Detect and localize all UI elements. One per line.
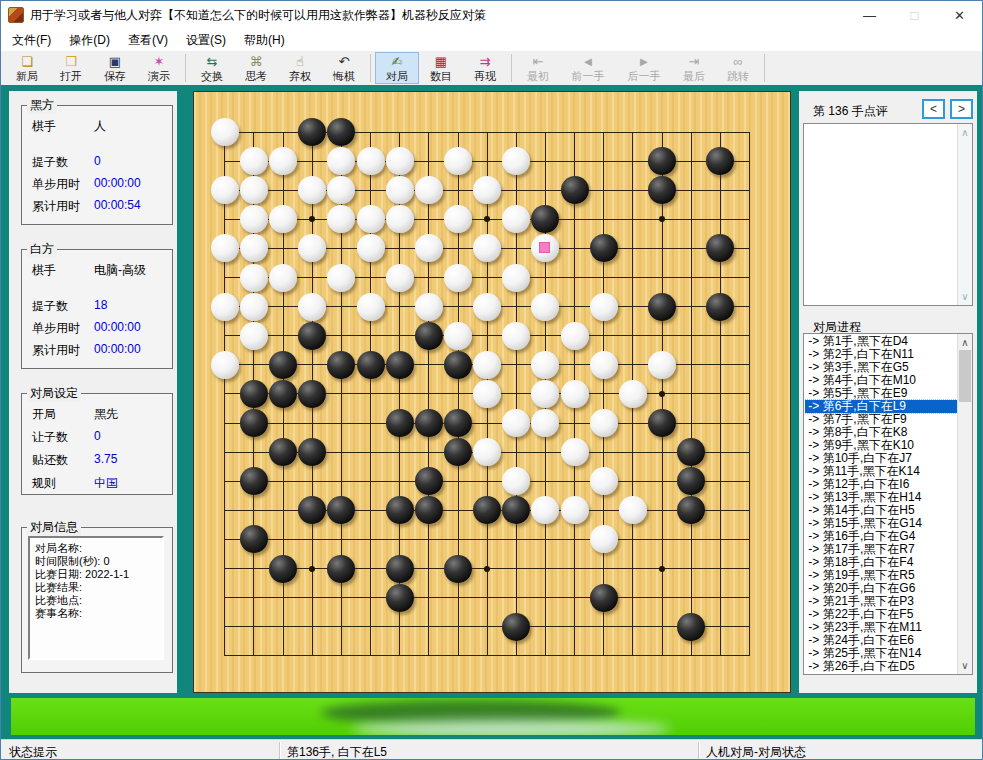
toolbar-button-label: 打开 xyxy=(60,70,82,82)
status-divider xyxy=(279,742,280,760)
white-stone xyxy=(648,351,676,379)
info-line: 比赛结果: xyxy=(35,581,162,594)
replay-icon: ⇉ xyxy=(480,55,491,70)
white-stone xyxy=(240,176,268,204)
grid-line xyxy=(225,539,750,540)
black-stone xyxy=(677,496,705,524)
black-stone xyxy=(269,380,297,408)
black-stone xyxy=(269,351,297,379)
move-list-items: -> 第1手,黑下在D4 -> 第2手,白下在N11 -> 第3手,黑下在G5 … xyxy=(805,335,957,673)
status-divider xyxy=(698,742,699,760)
field-label: 规则中国 xyxy=(32,475,56,492)
replay-button[interactable]: ⇉再现 xyxy=(463,52,507,84)
field-value: 00:00:00 xyxy=(94,176,141,190)
move-list-item[interactable]: -> 第8手,白下在K8 xyxy=(805,426,957,439)
field-value: 人 xyxy=(94,118,106,135)
black-stone xyxy=(531,205,559,233)
white-stone xyxy=(240,147,268,175)
star-point xyxy=(484,566,490,572)
black-stone xyxy=(298,118,326,146)
demo-button[interactable]: ✶演示 xyxy=(137,52,181,84)
first-move-icon: ⇤ xyxy=(533,55,544,70)
menu-item[interactable]: 帮助(H) xyxy=(235,29,294,52)
black-stone xyxy=(240,525,268,553)
move-list-item[interactable]: -> 第25手,黑下在N14 xyxy=(805,647,957,660)
exchange-icon: ⇆ xyxy=(207,55,218,70)
white-stone xyxy=(240,322,268,350)
left-panel: 黑方 棋手人提子数0单步用时00:00:00累计用时00:00:54 白方 棋手… xyxy=(9,91,177,693)
demo-icon: ✶ xyxy=(154,55,165,70)
toolbar-button-label: 弃权 xyxy=(289,70,311,82)
move-list-item[interactable]: -> 第16手,白下在G4 xyxy=(805,530,957,543)
first-move-button[interactable]: ⇤最初 xyxy=(516,52,560,84)
toolbar-button-label: 对局 xyxy=(386,70,408,82)
white-stone xyxy=(298,234,326,262)
black-stone xyxy=(327,118,355,146)
move-list-item[interactable]: -> 第5手,黑下在E9 xyxy=(805,387,957,400)
info-line: 比赛日期: 2022-1-1 xyxy=(35,568,162,581)
toolbar: ❏新局❒打开▣保存✶演示⇆交换⌘思考☝弃权↶悔棋✍对局▦数目⇉再现⇤最初◄前一手… xyxy=(1,51,982,85)
field-value: 00:00:00 xyxy=(94,320,141,334)
white-stone xyxy=(444,205,472,233)
white-stone xyxy=(386,147,414,175)
white-stone xyxy=(327,264,355,292)
white-stone xyxy=(327,147,355,175)
count-icon: ▦ xyxy=(435,55,447,70)
field-label: 提子数0 xyxy=(32,154,68,171)
toolbar-button-label: 数目 xyxy=(430,70,452,82)
move-list-item[interactable]: -> 第26手,白下在D5 xyxy=(805,660,957,673)
star-point xyxy=(659,216,665,222)
save-icon: ▣ xyxy=(109,55,121,70)
black-stone xyxy=(298,380,326,408)
black-panel-title: 黑方 xyxy=(27,97,57,114)
info-panel-title: 对局信息 xyxy=(27,519,81,536)
white-stone xyxy=(386,176,414,204)
white-stone xyxy=(502,264,530,292)
status-last-move: 第136手, 白下在L5 xyxy=(287,744,387,760)
move-list-item[interactable]: -> 第2手,白下在N11 xyxy=(805,348,957,361)
scroll-down-icon[interactable]: ∨ xyxy=(958,660,972,671)
white-stone xyxy=(269,147,297,175)
white-player-box: 棋手电脑-高级提子数18单步用时00:00:00累计用时00:00:00 xyxy=(21,249,173,369)
black-stone xyxy=(502,613,530,641)
white-stone xyxy=(619,496,647,524)
black-stone xyxy=(298,438,326,466)
toolbar-button-label: 前一手 xyxy=(572,70,605,82)
black-stone xyxy=(240,467,268,495)
settings-panel-title: 对局设定 xyxy=(27,385,81,402)
white-stone xyxy=(531,380,559,408)
black-stone xyxy=(415,496,443,524)
green-banner xyxy=(11,698,975,735)
black-stone xyxy=(386,584,414,612)
grid-line xyxy=(691,132,692,656)
white-stone xyxy=(502,205,530,233)
prev-move-icon: ◄ xyxy=(582,55,595,70)
field-value: 18 xyxy=(94,298,107,312)
move-comment-title: 第 136 手点评 xyxy=(813,103,888,120)
move-list-item[interactable]: -> 第22手,白下在F5 xyxy=(805,608,957,621)
move-list-item[interactable]: -> 第3手,黑下在G5 xyxy=(805,361,957,374)
field-value: 0 xyxy=(94,429,101,443)
black-stone xyxy=(240,380,268,408)
toolbar-button-label: 跳转 xyxy=(727,70,749,82)
star-point xyxy=(659,391,665,397)
white-stone xyxy=(473,176,501,204)
field-value: 00:00:00 xyxy=(94,342,141,356)
black-stone xyxy=(415,467,443,495)
white-stone xyxy=(502,322,530,350)
black-stone xyxy=(269,438,297,466)
black-stone xyxy=(648,293,676,321)
white-stone xyxy=(473,380,501,408)
white-stone xyxy=(415,176,443,204)
jump-button[interactable]: ∞跳转 xyxy=(716,52,760,84)
toolbar-separator xyxy=(185,54,186,82)
field-value: 3.75 xyxy=(94,452,117,466)
comment-scrollbar[interactable]: ∧ ∨ xyxy=(957,124,972,305)
move-list-item[interactable]: -> 第7手,黑下在F9 xyxy=(805,413,957,426)
think-icon: ⌘ xyxy=(250,55,263,70)
play-button[interactable]: ✍对局 xyxy=(375,52,419,84)
star-point xyxy=(484,216,490,222)
move-list-item[interactable]: -> 第4手,白下在M10 xyxy=(805,374,957,387)
info-line: 比赛地点: xyxy=(35,594,162,607)
toolbar-button-label: 最初 xyxy=(527,70,549,82)
white-stone xyxy=(357,234,385,262)
undo-button[interactable]: ↶悔棋 xyxy=(322,52,366,84)
field-label: 提子数18 xyxy=(32,298,68,315)
black-stone xyxy=(648,147,676,175)
think-button[interactable]: ⌘思考 xyxy=(234,52,278,84)
app-window: 用于学习或者与他人对弈【不知道怎么下的时候可以用用这款作弊器】机器秒反应对策 —… xyxy=(0,0,983,760)
black-stone xyxy=(327,496,355,524)
new-game-icon: ❏ xyxy=(21,55,33,70)
white-stone xyxy=(561,438,589,466)
move-list-item[interactable]: -> 第9手,黑下在K10 xyxy=(805,439,957,452)
title-bar: 用于学习或者与他人对弈【不知道怎么下的时候可以用用这款作弊器】机器秒反应对策 —… xyxy=(1,1,982,29)
app-icon xyxy=(8,7,24,23)
game-info-text: 对局名称:时间限制(秒): 0比赛日期: 2022-1-1比赛结果:比赛地点:赛… xyxy=(28,536,164,660)
toolbar-button-label: 悔棋 xyxy=(333,70,355,82)
grid-line xyxy=(720,132,721,656)
black-stone xyxy=(444,409,472,437)
menu-item[interactable]: 设置(S) xyxy=(177,29,235,52)
white-stone xyxy=(357,205,385,233)
status-hint: 状态提示 xyxy=(9,744,57,760)
open-button[interactable]: ❒打开 xyxy=(49,52,93,84)
grid-line xyxy=(225,597,750,598)
white-stone xyxy=(211,176,239,204)
white-stone xyxy=(211,293,239,321)
toolbar-button-label: 新局 xyxy=(16,70,38,82)
black-stone xyxy=(677,613,705,641)
toolbar-button-label: 最后 xyxy=(683,70,705,82)
white-stone xyxy=(211,234,239,262)
close-icon[interactable]: ✕ xyxy=(937,1,982,29)
black-stone xyxy=(706,234,734,262)
white-stone xyxy=(561,496,589,524)
white-panel-title: 白方 xyxy=(27,241,57,258)
black-player-box: 棋手人提子数0单步用时00:00:00累计用时00:00:54 xyxy=(21,105,173,225)
field-value: 电脑-高级 xyxy=(94,262,146,279)
white-stone xyxy=(415,293,443,321)
white-stone xyxy=(386,205,414,233)
field-value: 黑先 xyxy=(94,406,118,423)
black-stone xyxy=(648,176,676,204)
move-list-item[interactable]: -> 第10手,白下在J7 xyxy=(805,452,957,465)
undo-icon: ↶ xyxy=(339,55,350,70)
black-stone xyxy=(502,496,530,524)
white-stone xyxy=(357,293,385,321)
white-stone xyxy=(415,234,443,262)
white-stone xyxy=(590,467,618,495)
white-stone xyxy=(531,496,559,524)
white-stone xyxy=(444,147,472,175)
move-list-item[interactable]: -> 第1手,黑下在D4 xyxy=(805,335,957,348)
next-move-button[interactable]: ►后一手 xyxy=(616,52,672,84)
grid-line xyxy=(225,655,750,656)
white-stone xyxy=(240,264,268,292)
move-list-item[interactable]: -> 第18手,白下在F4 xyxy=(805,556,957,569)
move-list-item[interactable]: -> 第21手,黑下在P3 xyxy=(805,595,957,608)
exchange-button[interactable]: ⇆交换 xyxy=(190,52,234,84)
info-line: 对局名称: xyxy=(35,542,162,555)
black-stone xyxy=(386,351,414,379)
prev-move-button[interactable]: ◄前一手 xyxy=(560,52,616,84)
prev-comment-button[interactable]: < xyxy=(922,99,945,119)
field-label: 单步用时00:00:00 xyxy=(32,176,80,193)
jump-icon: ∞ xyxy=(733,55,742,70)
black-stone xyxy=(677,467,705,495)
black-stone xyxy=(327,351,355,379)
window-title: 用于学习或者与他人对弈【不知道怎么下的时候可以用用这款作弊器】机器秒反应对策 xyxy=(30,7,486,24)
save-button[interactable]: ▣保存 xyxy=(93,52,137,84)
menu-item[interactable]: 文件(F) xyxy=(3,29,60,52)
black-stone xyxy=(327,555,355,583)
play-icon: ✍ xyxy=(392,55,403,70)
move-list-item[interactable]: -> 第14手,白下在H5 xyxy=(805,504,957,517)
scroll-down-icon[interactable]: ∨ xyxy=(958,291,972,302)
move-list-item[interactable]: -> 第24手,白下在E6 xyxy=(805,634,957,647)
field-value: 中国 xyxy=(94,475,118,492)
scrollbar-thumb[interactable] xyxy=(959,350,971,402)
move-list-item[interactable]: -> 第20手,白下在G6 xyxy=(805,582,957,595)
menu-item[interactable]: 操作(D) xyxy=(60,29,119,52)
white-stone xyxy=(444,322,472,350)
menu-bar: 文件(F)操作(D)查看(V)设置(S)帮助(H) xyxy=(1,29,982,51)
go-board[interactable] xyxy=(193,91,791,693)
white-stone xyxy=(240,293,268,321)
white-stone xyxy=(327,176,355,204)
move-list-item[interactable]: -> 第6手,白下在L9 xyxy=(805,400,957,413)
grid-line xyxy=(225,626,750,627)
black-stone xyxy=(473,496,501,524)
white-stone xyxy=(211,351,239,379)
black-stone xyxy=(648,409,676,437)
white-stone xyxy=(269,264,297,292)
white-stone xyxy=(327,205,355,233)
scroll-up-icon[interactable]: ∧ xyxy=(958,337,972,348)
star-point xyxy=(309,566,315,572)
move-list-item[interactable]: -> 第23手,黑下在M11 xyxy=(805,621,957,634)
white-stone xyxy=(211,118,239,146)
white-stone xyxy=(473,234,501,262)
game-settings-box: 开局黑先让子数0贴还数3.75规则中国 xyxy=(21,393,173,495)
move-list-item[interactable]: -> 第11手,黑下在K14 xyxy=(805,465,957,478)
star-point xyxy=(309,216,315,222)
black-stone xyxy=(444,351,472,379)
black-stone xyxy=(298,496,326,524)
minimize-icon[interactable]: — xyxy=(847,1,892,29)
toolbar-button-label: 后一手 xyxy=(628,70,661,82)
white-stone xyxy=(473,438,501,466)
pass-button[interactable]: ☝弃权 xyxy=(278,52,322,84)
white-stone xyxy=(240,205,268,233)
field-label: 开局黑先 xyxy=(32,406,56,423)
status-game-state: 人机对局-对局状态 xyxy=(706,744,806,760)
toolbar-separator xyxy=(370,54,371,82)
white-stone xyxy=(531,293,559,321)
white-stone xyxy=(502,409,530,437)
count-button[interactable]: ▦数目 xyxy=(419,52,463,84)
toolbar-separator xyxy=(511,54,512,82)
field-label: 棋手电脑-高级 xyxy=(32,262,56,279)
black-stone xyxy=(444,438,472,466)
field-label: 让子数0 xyxy=(32,429,68,446)
last-move-marker xyxy=(539,242,550,253)
black-stone xyxy=(677,438,705,466)
black-stone xyxy=(386,555,414,583)
right-panel: 第 136 手点评 < > ∧ ∨ 对局进程 -> 第1手,黑下在D4 -> 第… xyxy=(799,91,977,693)
white-stone xyxy=(590,351,618,379)
maximize-icon[interactable]: □ xyxy=(892,1,937,29)
game-info-box: 对局名称:时间限制(秒): 0比赛日期: 2022-1-1比赛结果:比赛地点:赛… xyxy=(21,527,173,673)
star-point xyxy=(659,566,665,572)
white-stone xyxy=(386,264,414,292)
black-stone xyxy=(415,409,443,437)
toolbar-button-label: 思考 xyxy=(245,70,267,82)
field-label: 单步用时00:00:00 xyxy=(32,320,80,337)
grid-line xyxy=(603,132,604,656)
black-stone xyxy=(706,293,734,321)
field-label: 累计用时00:00:00 xyxy=(32,342,80,359)
white-stone xyxy=(473,351,501,379)
toolbar-button-label: 保存 xyxy=(104,70,126,82)
white-stone xyxy=(298,293,326,321)
white-stone xyxy=(561,322,589,350)
next-move-icon: ► xyxy=(638,55,651,70)
toolbar-button-label: 再现 xyxy=(474,70,496,82)
toolbar-button-label: 交换 xyxy=(201,70,223,82)
last-move-button[interactable]: ⇥最后 xyxy=(672,52,716,84)
move-list-item[interactable]: -> 第17手,黑下在R7 xyxy=(805,543,957,556)
move-list-item[interactable]: -> 第19手,黑下在R5 xyxy=(805,569,957,582)
info-line: 赛事名称: xyxy=(35,607,162,620)
move-list: -> 第1手,黑下在D4 -> 第2手,白下在N11 -> 第3手,黑下在G5 … xyxy=(803,333,973,675)
white-stone xyxy=(357,147,385,175)
toolbar-separator xyxy=(764,54,765,82)
black-stone xyxy=(269,555,297,583)
move-list-item[interactable]: -> 第13手,黑下在H14 xyxy=(805,491,957,504)
menu-item[interactable]: 查看(V) xyxy=(119,29,177,52)
field-value: 00:00:54 xyxy=(94,198,141,212)
toolbar-button-label: 演示 xyxy=(148,70,170,82)
watermark-blur-light xyxy=(351,720,671,735)
field-value: 0 xyxy=(94,154,101,168)
black-stone xyxy=(444,555,472,583)
black-stone xyxy=(590,584,618,612)
black-stone xyxy=(386,496,414,524)
black-stone xyxy=(386,409,414,437)
move-comment-box[interactable]: ∧ ∨ xyxy=(803,123,973,306)
white-stone xyxy=(473,293,501,321)
grid-line xyxy=(749,132,750,656)
move-list-scrollbar[interactable]: ∧ ∨ xyxy=(957,334,972,674)
status-bar: 状态提示 第136手, 白下在L5 人机对局-对局状态 xyxy=(1,739,982,760)
field-label: 贴还数3.75 xyxy=(32,452,68,469)
black-stone xyxy=(240,409,268,437)
pass-icon: ☝ xyxy=(296,55,304,70)
white-stone xyxy=(561,380,589,408)
white-stone xyxy=(619,380,647,408)
info-line: 时间限制(秒): 0 xyxy=(35,555,162,568)
open-icon: ❒ xyxy=(65,55,77,70)
white-stone xyxy=(502,147,530,175)
black-stone xyxy=(706,147,734,175)
move-list-item[interactable]: -> 第12手,白下在I6 xyxy=(805,478,957,491)
move-list-item[interactable]: -> 第15手,黑下在G14 xyxy=(805,517,957,530)
grid-line xyxy=(225,481,750,482)
black-stone xyxy=(590,234,618,262)
white-stone xyxy=(590,409,618,437)
white-stone xyxy=(269,205,297,233)
white-stone xyxy=(298,176,326,204)
white-stone xyxy=(531,351,559,379)
black-stone xyxy=(357,351,385,379)
white-stone xyxy=(531,409,559,437)
white-stone xyxy=(590,293,618,321)
black-stone xyxy=(415,322,443,350)
next-comment-button[interactable]: > xyxy=(950,99,973,119)
white-stone xyxy=(502,467,530,495)
window-controls: — □ ✕ xyxy=(847,1,982,29)
white-stone xyxy=(444,264,472,292)
new-game-button[interactable]: ❏新局 xyxy=(5,52,49,84)
black-stone xyxy=(298,322,326,350)
white-stone xyxy=(590,525,618,553)
field-label: 累计用时00:00:54 xyxy=(32,198,80,215)
last-move-icon: ⇥ xyxy=(689,55,700,70)
field-label: 棋手人 xyxy=(32,118,56,135)
scroll-up-icon[interactable]: ∧ xyxy=(958,127,972,138)
black-stone xyxy=(561,176,589,204)
white-stone xyxy=(240,234,268,262)
